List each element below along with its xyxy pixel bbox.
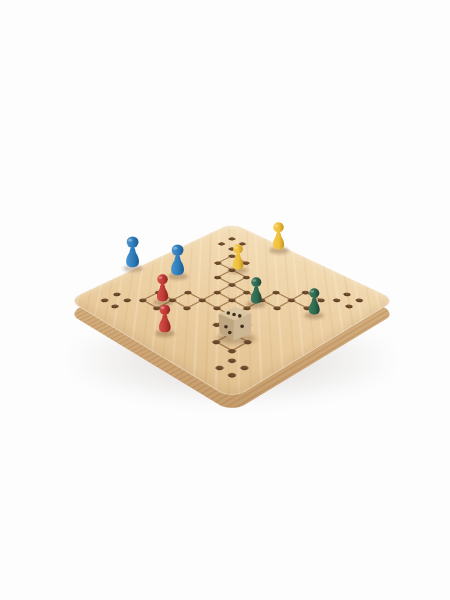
peg-blue-1[interactable] [124, 236, 141, 269]
die[interactable] [216, 304, 254, 342]
peg-blue-2[interactable] [169, 244, 186, 277]
peg-red-2[interactable] [157, 304, 173, 334]
peg-green-1[interactable] [249, 277, 264, 305]
peg-yellow-1[interactable] [231, 244, 245, 271]
peg-yellow-2[interactable] [271, 222, 286, 251]
peg-green-2[interactable] [307, 288, 322, 316]
peg-red-1[interactable] [155, 274, 170, 303]
product-photo-canvas [0, 0, 450, 600]
